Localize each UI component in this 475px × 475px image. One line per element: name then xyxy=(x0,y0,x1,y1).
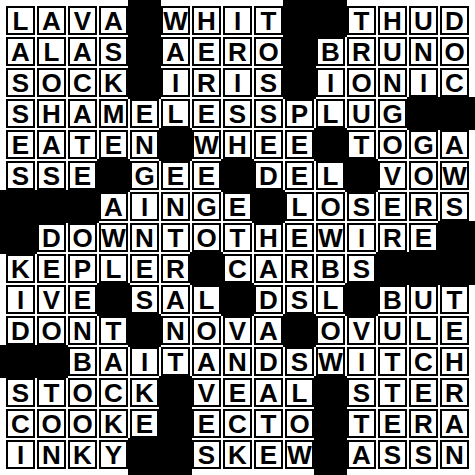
cell-r3c4[interactable]: K xyxy=(99,68,128,97)
cell-r8c10[interactable]: E xyxy=(285,223,314,252)
cell-r3c1[interactable]: S xyxy=(6,68,35,97)
cell-r8c3[interactable]: O xyxy=(68,223,97,252)
block-r6c8 xyxy=(221,159,254,192)
cell-r6c9[interactable]: D xyxy=(254,161,283,190)
block-r3c5 xyxy=(128,66,161,99)
block-r7c3 xyxy=(66,190,99,223)
cell-r3c13[interactable]: N xyxy=(378,68,407,97)
block-r4c15 xyxy=(438,97,475,130)
cell-r4c6[interactable]: L xyxy=(161,99,190,128)
cell-r4c4[interactable]: M xyxy=(99,99,128,128)
cell-r10c1[interactable]: I xyxy=(6,285,35,314)
cell-r11c8[interactable]: V xyxy=(223,316,252,345)
cell-r13c12[interactable]: S xyxy=(347,378,376,407)
cell-r1c13[interactable]: H xyxy=(378,6,407,35)
block-r12c2 xyxy=(35,345,68,378)
cell-r11c15[interactable]: E xyxy=(440,316,469,345)
block-r10c12 xyxy=(345,283,378,316)
block-r8c1 xyxy=(0,221,37,254)
cell-r4c11[interactable]: L xyxy=(316,99,345,128)
block-r12c1 xyxy=(0,345,37,378)
cell-r10c9[interactable]: D xyxy=(254,285,283,314)
cell-r6c14[interactable]: O xyxy=(409,161,438,190)
cell-r8c4[interactable]: W xyxy=(99,223,128,252)
cell-r1c12[interactable]: T xyxy=(347,6,376,35)
cell-r8c6[interactable]: T xyxy=(161,223,190,252)
cell-r14c7[interactable]: E xyxy=(192,409,221,438)
cell-r12c12[interactable]: I xyxy=(347,347,376,376)
cell-r8c8[interactable]: T xyxy=(223,223,252,252)
block-r15c5 xyxy=(128,438,161,475)
cell-r3c14[interactable]: I xyxy=(409,68,438,97)
cell-r7c12[interactable]: S xyxy=(347,192,376,221)
block-r3c10 xyxy=(283,66,316,99)
cell-r4c10[interactable]: P xyxy=(285,99,314,128)
cell-r1c8[interactable]: I xyxy=(223,6,252,35)
cell-r6c2[interactable]: S xyxy=(37,161,66,190)
cell-r2c3[interactable]: A xyxy=(68,37,97,66)
cell-r2c12[interactable]: R xyxy=(347,37,376,66)
cell-r11c1[interactable]: D xyxy=(6,316,35,345)
cell-r5c3[interactable]: T xyxy=(68,130,97,159)
cell-r9c12[interactable]: S xyxy=(347,254,376,283)
cell-r6c13[interactable]: V xyxy=(378,161,407,190)
cell-r5c4[interactable]: E xyxy=(99,130,128,159)
cell-r14c15[interactable]: A xyxy=(440,409,469,438)
cell-r2c8[interactable]: R xyxy=(223,37,252,66)
cell-r1c4[interactable]: A xyxy=(99,6,128,35)
cell-r10c3[interactable]: E xyxy=(68,285,97,314)
cell-r11c14[interactable]: L xyxy=(409,316,438,345)
cell-r12c7[interactable]: A xyxy=(192,347,221,376)
cell-r9c2[interactable]: E xyxy=(37,254,66,283)
cell-r13c2[interactable]: T xyxy=(37,378,66,407)
cell-r5c15[interactable]: A xyxy=(440,130,469,159)
cell-r4c9[interactable]: S xyxy=(254,99,283,128)
cell-r14c13[interactable]: E xyxy=(378,409,407,438)
cell-r7c8[interactable]: E xyxy=(223,192,252,221)
block-r6c4 xyxy=(97,159,130,192)
cell-r2c7[interactable]: E xyxy=(192,37,221,66)
cell-r13c15[interactable]: R xyxy=(440,378,469,407)
cell-r7c10[interactable]: L xyxy=(285,192,314,221)
cell-r9c3[interactable]: P xyxy=(68,254,97,283)
cell-r7c15[interactable]: S xyxy=(440,192,469,221)
cell-r6c6[interactable]: E xyxy=(161,161,190,190)
block-r13c11 xyxy=(314,376,347,409)
cell-r12c13[interactable]: T xyxy=(378,347,407,376)
cell-r3c9[interactable]: S xyxy=(254,68,283,97)
cell-r15c10[interactable]: W xyxy=(285,440,314,469)
cell-r13c14[interactable]: E xyxy=(409,378,438,407)
cell-r2c1[interactable]: A xyxy=(6,37,35,66)
block-r9c13 xyxy=(376,252,409,285)
cell-r11c2[interactable]: O xyxy=(37,316,66,345)
cell-r5c13[interactable]: O xyxy=(378,130,407,159)
cell-r6c7[interactable]: E xyxy=(192,161,221,190)
cell-r12c5[interactable]: I xyxy=(130,347,159,376)
cell-r15c8[interactable]: K xyxy=(223,440,252,469)
cell-r12c9[interactable]: D xyxy=(254,347,283,376)
block-r15c11 xyxy=(314,438,347,475)
cell-r14c10[interactable]: O xyxy=(285,409,314,438)
cell-r14c2[interactable]: O xyxy=(37,409,66,438)
cell-r15c3[interactable]: K xyxy=(68,440,97,469)
cell-r5c10[interactable]: E xyxy=(285,130,314,159)
cell-r10c5[interactable]: S xyxy=(130,285,159,314)
block-r6c12 xyxy=(345,159,378,192)
block-r8c15 xyxy=(438,221,475,254)
cell-r2c2[interactable]: L xyxy=(37,37,66,66)
cell-r13c10[interactable]: L xyxy=(285,378,314,407)
cell-r3c8[interactable]: I xyxy=(223,68,252,97)
block-r14c6 xyxy=(159,407,192,440)
cell-r15c4[interactable]: Y xyxy=(99,440,128,469)
block-r4c14 xyxy=(407,97,440,130)
cell-r14c1[interactable]: C xyxy=(6,409,35,438)
cell-r5c5[interactable]: N xyxy=(130,130,159,159)
block-r10c4 xyxy=(97,283,130,316)
cell-r8c2[interactable]: D xyxy=(37,223,66,252)
cell-r8c5[interactable]: N xyxy=(130,223,159,252)
cell-r1c15[interactable]: D xyxy=(440,6,469,35)
cell-r1c14[interactable]: U xyxy=(409,6,438,35)
cell-r2c11[interactable]: B xyxy=(316,37,345,66)
cell-r4c1[interactable]: S xyxy=(6,99,35,128)
cell-r10c13[interactable]: B xyxy=(378,285,407,314)
cell-r7c5[interactable]: I xyxy=(130,192,159,221)
cell-r3c2[interactable]: O xyxy=(37,68,66,97)
cell-r6c11[interactable]: L xyxy=(316,161,345,190)
cell-r6c10[interactable]: E xyxy=(285,161,314,190)
cell-r8c12[interactable]: I xyxy=(347,223,376,252)
cell-r4c2[interactable]: H xyxy=(37,99,66,128)
cell-r12c11[interactable]: W xyxy=(316,347,345,376)
cell-r1c1[interactable]: L xyxy=(6,6,35,35)
cell-r15c2[interactable]: N xyxy=(37,440,66,469)
cell-r6c5[interactable]: G xyxy=(130,161,159,190)
cell-r8c11[interactable]: W xyxy=(316,223,345,252)
cell-r15c12[interactable]: A xyxy=(347,440,376,469)
cell-r5c7[interactable]: W xyxy=(192,130,221,159)
cell-r7c4[interactable]: A xyxy=(99,192,128,221)
cell-r12c3[interactable]: B xyxy=(68,347,97,376)
cell-r12c15[interactable]: H xyxy=(440,347,469,376)
block-r1c5 xyxy=(128,0,161,37)
cell-r15c13[interactable]: S xyxy=(378,440,407,469)
cell-r7c14[interactable]: R xyxy=(409,192,438,221)
cell-r14c3[interactable]: O xyxy=(68,409,97,438)
block-r5c6 xyxy=(159,128,192,161)
block-r5c11 xyxy=(314,128,347,161)
cell-r3c12[interactable]: O xyxy=(347,68,376,97)
cell-r8c14[interactable]: E xyxy=(409,223,438,252)
cell-r3c3[interactable]: C xyxy=(68,68,97,97)
cell-r14c9[interactable]: T xyxy=(254,409,283,438)
cell-r3c7[interactable]: R xyxy=(192,68,221,97)
block-r13c6 xyxy=(159,376,192,409)
cell-r6c3[interactable]: E xyxy=(68,161,97,190)
cell-r1c7[interactable]: H xyxy=(192,6,221,35)
block-r2c10 xyxy=(283,35,316,68)
cell-r5c14[interactable]: G xyxy=(409,130,438,159)
cell-r10c11[interactable]: L xyxy=(316,285,345,314)
cell-r5c1[interactable]: E xyxy=(6,130,35,159)
block-r9c7 xyxy=(190,252,223,285)
cell-r10c6[interactable]: A xyxy=(161,285,190,314)
cell-r15c9[interactable]: E xyxy=(254,440,283,469)
block-r1c11 xyxy=(314,0,347,37)
cell-r13c4[interactable]: C xyxy=(99,378,128,407)
cell-r5c2[interactable]: A xyxy=(37,130,66,159)
cell-r13c9[interactable]: A xyxy=(254,378,283,407)
cell-r8c13[interactable]: R xyxy=(378,223,407,252)
cell-r8c7[interactable]: O xyxy=(192,223,221,252)
cell-r10c15[interactable]: T xyxy=(440,285,469,314)
cell-r5c12[interactable]: T xyxy=(347,130,376,159)
block-r9c14 xyxy=(407,252,440,285)
cell-r4c12[interactable]: U xyxy=(347,99,376,128)
cell-r14c14[interactable]: R xyxy=(409,409,438,438)
cell-r3c15[interactable]: C xyxy=(440,68,469,97)
block-r11c10 xyxy=(283,314,316,347)
cell-r13c13[interactable]: T xyxy=(378,378,407,407)
cell-r10c7[interactable]: L xyxy=(192,285,221,314)
cell-r12c10[interactable]: S xyxy=(285,347,314,376)
block-r7c2 xyxy=(35,190,68,223)
cell-r1c6[interactable]: W xyxy=(161,6,190,35)
cell-r4c7[interactable]: E xyxy=(192,99,221,128)
cell-r2c4[interactable]: S xyxy=(99,37,128,66)
cell-r2c14[interactable]: N xyxy=(409,37,438,66)
cell-r9c10[interactable]: R xyxy=(285,254,314,283)
cell-r1c2[interactable]: A xyxy=(37,6,66,35)
cell-r9c1[interactable]: K xyxy=(6,254,35,283)
cell-r2c6[interactable]: A xyxy=(161,37,190,66)
cell-r9c6[interactable]: R xyxy=(161,254,190,283)
block-r7c9 xyxy=(252,190,285,223)
block-r14c11 xyxy=(314,407,347,440)
cell-r12c6[interactable]: T xyxy=(161,347,190,376)
block-r2c5 xyxy=(128,35,161,68)
cell-r3c11[interactable]: I xyxy=(316,68,345,97)
cell-r1c3[interactable]: V xyxy=(68,6,97,35)
cell-r15c1[interactable]: I xyxy=(6,440,35,469)
cell-r9c8[interactable]: C xyxy=(223,254,252,283)
cell-r8c9[interactable]: H xyxy=(254,223,283,252)
cell-r12c4[interactable]: A xyxy=(99,347,128,376)
cell-r5c9[interactable]: E xyxy=(254,130,283,159)
cell-r9c11[interactable]: B xyxy=(316,254,345,283)
cell-r11c3[interactable]: N xyxy=(68,316,97,345)
block-r7c1 xyxy=(0,190,37,223)
cell-r4c5[interactable]: E xyxy=(130,99,159,128)
cell-r4c3[interactable]: A xyxy=(68,99,97,128)
cell-r7c7[interactable]: G xyxy=(192,192,221,221)
cell-r14c8[interactable]: C xyxy=(223,409,252,438)
cell-r11c4[interactable]: T xyxy=(99,316,128,345)
cell-r7c6[interactable]: N xyxy=(161,192,190,221)
cell-r11c9[interactable]: A xyxy=(254,316,283,345)
cell-r13c7[interactable]: V xyxy=(192,378,221,407)
cell-r13c5[interactable]: K xyxy=(130,378,159,407)
cell-r12c14[interactable]: C xyxy=(409,347,438,376)
cell-r7c11[interactable]: O xyxy=(316,192,345,221)
cell-r9c4[interactable]: L xyxy=(99,254,128,283)
cell-r12c8[interactable]: N xyxy=(223,347,252,376)
cell-r10c2[interactable]: V xyxy=(37,285,66,314)
cell-r14c4[interactable]: K xyxy=(99,409,128,438)
cell-r14c5[interactable]: E xyxy=(130,409,159,438)
cell-r15c7[interactable]: S xyxy=(192,440,221,469)
cell-r13c1[interactable]: S xyxy=(6,378,35,407)
crossword-grid: LAVAWHITTHUDALASAEROBRUNOSOCKIRISIONICSH… xyxy=(5,5,470,470)
cell-r14c12[interactable]: T xyxy=(347,409,376,438)
cell-r3c6[interactable]: I xyxy=(161,68,190,97)
cell-r7c13[interactable]: E xyxy=(378,192,407,221)
cell-r1c9[interactable]: T xyxy=(254,6,283,35)
cell-r11c13[interactable]: U xyxy=(378,316,407,345)
cell-r10c10[interactable]: S xyxy=(285,285,314,314)
cell-r4c13[interactable]: G xyxy=(378,99,407,128)
cell-r11c12[interactable]: V xyxy=(347,316,376,345)
block-r11c5 xyxy=(128,314,161,347)
cell-r15c15[interactable]: N xyxy=(440,440,469,469)
cell-r13c8[interactable]: E xyxy=(223,378,252,407)
cell-r11c7[interactable]: O xyxy=(192,316,221,345)
cell-r13c3[interactable]: O xyxy=(68,378,97,407)
cell-r2c13[interactable]: U xyxy=(378,37,407,66)
cell-r2c15[interactable]: O xyxy=(440,37,469,66)
cell-r10c14[interactable]: U xyxy=(409,285,438,314)
cell-r9c9[interactable]: A xyxy=(254,254,283,283)
cell-r9c5[interactable]: E xyxy=(130,254,159,283)
block-r15c6 xyxy=(159,438,192,475)
cell-r2c9[interactable]: O xyxy=(254,37,283,66)
cell-r6c15[interactable]: W xyxy=(440,161,469,190)
cell-r6c1[interactable]: S xyxy=(6,161,35,190)
cell-r4c8[interactable]: S xyxy=(223,99,252,128)
cell-r5c8[interactable]: H xyxy=(223,130,252,159)
cell-r11c11[interactable]: O xyxy=(316,316,345,345)
cell-r11c6[interactable]: N xyxy=(161,316,190,345)
crossword-page: LAVAWHITTHUDALASAEROBRUNOSOCKIRISIONICSH… xyxy=(0,0,475,475)
block-r9c15 xyxy=(438,252,475,285)
block-r1c10 xyxy=(283,0,316,37)
block-r10c8 xyxy=(221,283,254,316)
cell-r15c14[interactable]: S xyxy=(409,440,438,469)
